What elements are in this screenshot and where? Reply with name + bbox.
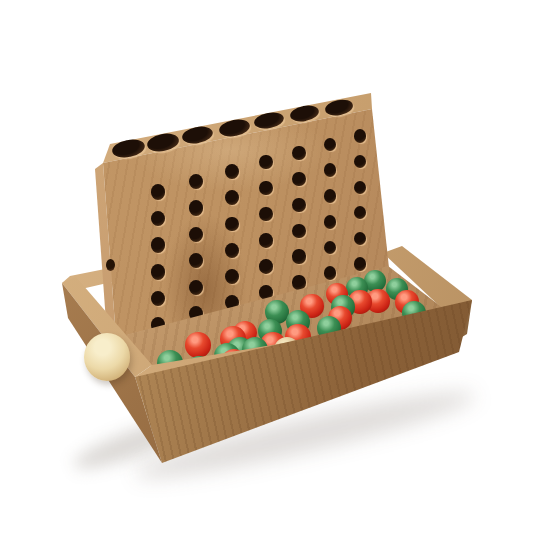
marble-pile [0,0,533,533]
product-photo-scene [0,0,533,533]
latch-knob [84,333,130,381]
red-marble [185,332,211,358]
